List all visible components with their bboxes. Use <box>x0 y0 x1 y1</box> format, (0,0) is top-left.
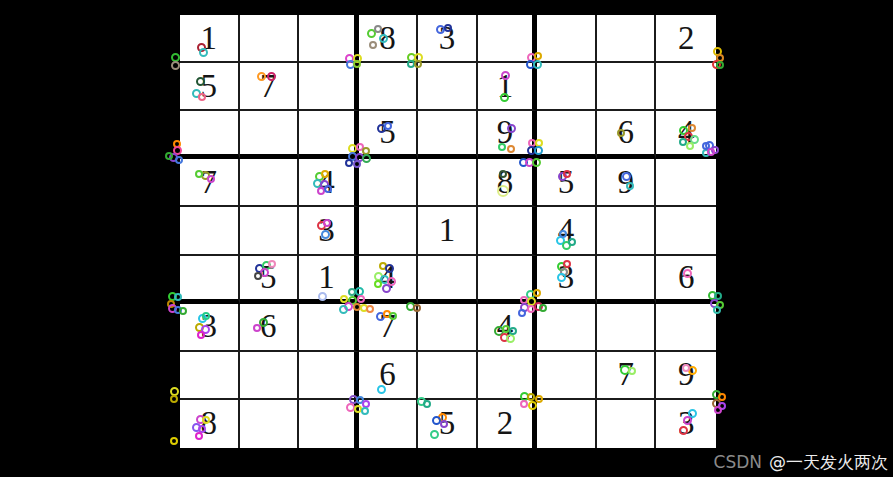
cell-r1c4[interactable]: 8 <box>359 15 419 63</box>
cell-r5c2[interactable] <box>240 207 300 255</box>
cell-r8c6[interactable] <box>478 352 538 400</box>
given-digit: 9 <box>617 166 634 199</box>
cell-r3c8[interactable]: 6 <box>597 111 657 159</box>
cell-r5c7[interactable]: 4 <box>537 207 597 255</box>
keypoint-ring <box>167 300 175 308</box>
cell-r7c9[interactable] <box>656 304 716 352</box>
given-digit: 8 <box>201 407 218 440</box>
cell-r2c4[interactable] <box>359 63 419 111</box>
cell-r3c2[interactable] <box>240 111 300 159</box>
given-digit: 5 <box>201 70 218 103</box>
sudoku-screenshot: 18325715964748593145143636746798523 CSDN… <box>0 0 893 477</box>
cell-r5c6[interactable] <box>478 207 538 255</box>
cell-r4c7[interactable]: 5 <box>537 159 597 207</box>
given-digit: 6 <box>678 261 695 294</box>
watermark-handle: @一天发火两次 <box>769 452 888 472</box>
given-digit: 5 <box>558 166 575 199</box>
cell-r9c5[interactable]: 5 <box>418 400 478 448</box>
given-digit: 6 <box>379 358 396 391</box>
cell-r7c5[interactable] <box>418 304 478 352</box>
cell-r8c7[interactable] <box>537 352 597 400</box>
cell-r3c7[interactable] <box>537 111 597 159</box>
cell-r3c1[interactable] <box>180 111 240 159</box>
given-digit: 1 <box>318 261 335 294</box>
cell-r1c6[interactable] <box>478 15 538 63</box>
cell-r9c1[interactable]: 8 <box>180 400 240 448</box>
cell-r5c1[interactable] <box>180 207 240 255</box>
cell-r2c3[interactable] <box>299 63 359 111</box>
cell-r1c8[interactable] <box>597 15 657 63</box>
cell-r4c6[interactable]: 8 <box>478 159 538 207</box>
cell-r6c3[interactable]: 1 <box>299 256 359 304</box>
cell-r4c3[interactable]: 4 <box>299 159 359 207</box>
cell-r3c3[interactable] <box>299 111 359 159</box>
given-digit: 3 <box>439 22 456 55</box>
cell-r2c5[interactable] <box>418 63 478 111</box>
given-digit: 4 <box>678 116 695 149</box>
cell-r6c2[interactable]: 5 <box>240 256 300 304</box>
given-digit: 9 <box>497 116 514 149</box>
given-digit: 5 <box>260 261 277 294</box>
cell-r7c6[interactable]: 4 <box>478 304 538 352</box>
given-digit: 7 <box>260 70 277 103</box>
cell-r9c4[interactable] <box>359 400 419 448</box>
given-digit: 4 <box>497 310 514 343</box>
cell-r6c5[interactable] <box>418 256 478 304</box>
given-digit: 3 <box>558 261 575 294</box>
cell-r8c9[interactable]: 9 <box>656 352 716 400</box>
given-digit: 2 <box>497 407 514 440</box>
cell-r2c7[interactable] <box>537 63 597 111</box>
given-digit: 3 <box>678 407 695 440</box>
cell-r4c5[interactable] <box>418 159 478 207</box>
cell-r6c8[interactable] <box>597 256 657 304</box>
cell-r8c8[interactable]: 7 <box>597 352 657 400</box>
cell-r2c6[interactable]: 1 <box>478 63 538 111</box>
cell-r1c3[interactable] <box>299 15 359 63</box>
given-digit: 6 <box>260 310 277 343</box>
given-digit: 1 <box>497 70 514 103</box>
cell-r1c2[interactable] <box>240 15 300 63</box>
given-digit: 6 <box>617 116 634 149</box>
given-digit: 3 <box>318 214 335 247</box>
cell-r9c3[interactable] <box>299 400 359 448</box>
cell-r1c9[interactable]: 2 <box>656 15 716 63</box>
cell-r9c2[interactable] <box>240 400 300 448</box>
cell-r4c1[interactable]: 7 <box>180 159 240 207</box>
cell-r9c6[interactable]: 2 <box>478 400 538 448</box>
given-digit: 7 <box>201 166 218 199</box>
given-digit: 7 <box>379 310 396 343</box>
cell-r1c5[interactable]: 3 <box>418 15 478 63</box>
cell-r2c2[interactable]: 7 <box>240 63 300 111</box>
cell-r5c8[interactable] <box>597 207 657 255</box>
cell-r9c7[interactable] <box>537 400 597 448</box>
cell-r7c1[interactable]: 3 <box>180 304 240 352</box>
cell-r7c4[interactable]: 7 <box>359 304 419 352</box>
cell-r1c1[interactable]: 1 <box>180 15 240 63</box>
cell-r5c9[interactable] <box>656 207 716 255</box>
cell-r9c9[interactable]: 3 <box>656 400 716 448</box>
cell-r8c5[interactable] <box>418 352 478 400</box>
cell-r3c6[interactable]: 9 <box>478 111 538 159</box>
given-digit: 3 <box>201 310 218 343</box>
cell-r6c6[interactable] <box>478 256 538 304</box>
watermark: CSDN@一天发火两次 <box>714 451 888 474</box>
cell-r9c8[interactable] <box>597 400 657 448</box>
cell-r8c2[interactable] <box>240 352 300 400</box>
cell-r5c3[interactable]: 3 <box>299 207 359 255</box>
given-digit: 4 <box>318 166 335 199</box>
cell-r2c1[interactable]: 5 <box>180 63 240 111</box>
given-digit: 1 <box>201 22 218 55</box>
cell-r3c9[interactable]: 4 <box>656 111 716 159</box>
cell-r7c3[interactable] <box>299 304 359 352</box>
cell-r4c9[interactable] <box>656 159 716 207</box>
keypoint-ring <box>165 152 173 160</box>
cell-r8c4[interactable]: 6 <box>359 352 419 400</box>
given-digit: 9 <box>678 358 695 391</box>
cell-r2c9[interactable] <box>656 63 716 111</box>
cell-r3c5[interactable] <box>418 111 478 159</box>
cell-r8c3[interactable] <box>299 352 359 400</box>
cell-r4c4[interactable] <box>359 159 419 207</box>
given-digit: 8 <box>379 22 396 55</box>
given-digit: 5 <box>379 116 396 149</box>
cell-r7c2[interactable]: 6 <box>240 304 300 352</box>
given-digit: 4 <box>558 214 575 247</box>
cell-r7c7[interactable] <box>537 304 597 352</box>
given-digit: 7 <box>617 358 634 391</box>
cell-r4c8[interactable]: 9 <box>597 159 657 207</box>
cell-r3c4[interactable]: 5 <box>359 111 419 159</box>
cell-r5c5[interactable]: 1 <box>418 207 478 255</box>
cell-r6c7[interactable]: 3 <box>537 256 597 304</box>
cell-r2c8[interactable] <box>597 63 657 111</box>
watermark-brand: CSDN <box>714 452 762 472</box>
given-digit: 2 <box>678 22 695 55</box>
sudoku-board[interactable]: 18325715964748593145143636746798523 <box>175 10 721 453</box>
cell-r6c9[interactable]: 6 <box>656 256 716 304</box>
given-digit: 1 <box>439 214 456 247</box>
cell-r6c1[interactable] <box>180 256 240 304</box>
given-digit: 5 <box>439 407 456 440</box>
cell-r7c8[interactable] <box>597 304 657 352</box>
cell-r8c1[interactable] <box>180 352 240 400</box>
cell-r5c4[interactable] <box>359 207 419 255</box>
cell-r6c4[interactable]: 4 <box>359 256 419 304</box>
cell-r1c7[interactable] <box>537 15 597 63</box>
given-digit: 8 <box>497 166 514 199</box>
given-digit: 4 <box>379 261 396 294</box>
cell-r4c2[interactable] <box>240 159 300 207</box>
